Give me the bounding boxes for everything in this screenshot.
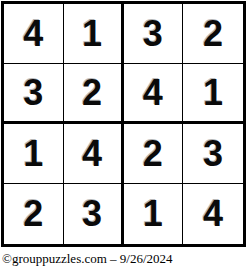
sudoku-cell-r2c3[interactable]: 4 — [124, 64, 184, 124]
sudoku-cell-r2c2[interactable]: 2 — [64, 64, 124, 124]
sudoku-cell-r4c4[interactable]: 4 — [183, 184, 243, 244]
sudoku-cell-r1c3[interactable]: 3 — [124, 4, 184, 64]
sudoku-cell-r3c3[interactable]: 2 — [124, 124, 184, 184]
sudoku-cell-r3c1[interactable]: 1 — [4, 124, 64, 184]
sudoku-cell-r3c2[interactable]: 4 — [64, 124, 124, 184]
sudoku-cell-r1c2[interactable]: 1 — [64, 4, 124, 64]
sudoku-page: 4 1 3 2 3 2 4 1 1 4 2 3 2 3 1 4 ©grouppu… — [0, 0, 247, 269]
copyright-credit: ©grouppuzzles.com – 9/26/2024 — [2, 251, 245, 267]
sudoku-board: 4 1 3 2 3 2 4 1 1 4 2 3 2 3 1 4 — [1, 1, 246, 247]
sudoku-cell-r1c4[interactable]: 2 — [183, 4, 243, 64]
sudoku-cell-r2c4[interactable]: 1 — [183, 64, 243, 124]
sudoku-cell-r4c2[interactable]: 3 — [64, 184, 124, 244]
sudoku-cell-r1c1[interactable]: 4 — [4, 4, 64, 64]
sudoku-cell-r3c4[interactable]: 3 — [183, 124, 243, 184]
sudoku-cell-r4c1[interactable]: 2 — [4, 184, 64, 244]
sudoku-cell-r2c1[interactable]: 3 — [4, 64, 64, 124]
sudoku-cell-r4c3[interactable]: 1 — [124, 184, 184, 244]
